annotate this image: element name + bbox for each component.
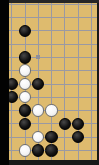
board-intersection[interactable] (45, 64, 58, 77)
black-stone (32, 144, 44, 156)
board-intersection[interactable] (9, 104, 18, 117)
board-intersection[interactable] (45, 144, 58, 157)
board-intersection[interactable] (32, 117, 45, 130)
board-intersection[interactable] (32, 91, 45, 104)
board-intersection[interactable] (32, 144, 45, 157)
board-intersection[interactable] (9, 37, 18, 50)
board-intersection[interactable] (32, 64, 45, 77)
board-intersection[interactable] (18, 3, 31, 11)
board-intersection[interactable] (45, 117, 58, 130)
board-intersection[interactable] (18, 104, 31, 117)
board-intersection[interactable] (45, 37, 58, 50)
app-screen (0, 0, 99, 165)
board-intersection[interactable] (18, 24, 31, 37)
board-intersection[interactable] (32, 37, 45, 50)
board-intersection[interactable] (85, 24, 97, 37)
board-intersection[interactable] (72, 144, 85, 157)
board-intersection[interactable] (85, 91, 97, 104)
board-intersection[interactable] (72, 91, 85, 104)
board-intersection[interactable] (9, 117, 18, 130)
white-stone (32, 104, 44, 116)
board-intersection[interactable] (58, 104, 71, 117)
board-intersection[interactable] (18, 11, 31, 24)
board-intersection[interactable] (32, 11, 45, 24)
black-stone (45, 144, 57, 156)
board-intersection[interactable] (9, 24, 18, 37)
board-intersection[interactable] (9, 3, 18, 11)
board-intersection[interactable] (72, 3, 85, 11)
white-stone (19, 144, 31, 156)
board-intersection[interactable] (72, 24, 85, 37)
board-intersection[interactable] (32, 131, 45, 144)
board-frame-bottom (9, 160, 99, 165)
black-stone (59, 118, 71, 130)
board-intersection[interactable] (72, 104, 85, 117)
black-stone (9, 78, 18, 90)
board-intersection[interactable] (85, 77, 97, 90)
board-intersection[interactable] (85, 3, 97, 11)
board-intersection[interactable] (18, 51, 31, 64)
board-intersection[interactable] (58, 144, 71, 157)
black-stone (32, 78, 44, 90)
white-stone (19, 91, 31, 103)
board-intersection[interactable] (58, 131, 71, 144)
board-intersection[interactable] (85, 11, 97, 24)
board-intersection[interactable] (45, 91, 58, 104)
star-point (36, 55, 40, 59)
board-intersection[interactable] (9, 91, 18, 104)
white-stone (19, 78, 31, 90)
board-intersection[interactable] (45, 104, 58, 117)
board-intersection[interactable] (32, 3, 45, 11)
board-intersection[interactable] (45, 131, 58, 144)
board-frame-left (0, 0, 9, 165)
board-intersection[interactable] (18, 37, 31, 50)
board-intersection[interactable] (18, 64, 31, 77)
board-intersection[interactable] (72, 64, 85, 77)
board-intersection[interactable] (32, 24, 45, 37)
board-intersection[interactable] (58, 51, 71, 64)
white-stone (19, 64, 31, 76)
board-intersection[interactable] (18, 131, 31, 144)
white-stone (45, 104, 57, 116)
board-intersection[interactable] (85, 51, 97, 64)
board-intersection[interactable] (85, 144, 97, 157)
board-intersection[interactable] (9, 64, 18, 77)
board-intersection[interactable] (72, 117, 85, 130)
board-intersection[interactable] (58, 24, 71, 37)
board-intersection[interactable] (32, 104, 45, 117)
board-intersection[interactable] (58, 37, 71, 50)
board-intersection[interactable] (45, 3, 58, 11)
board-grid (9, 3, 97, 157)
black-stone (19, 51, 31, 63)
board-intersection[interactable] (18, 77, 31, 90)
board-intersection[interactable] (9, 11, 18, 24)
black-stone (9, 91, 18, 103)
board-intersection[interactable] (58, 64, 71, 77)
board-intersection[interactable] (72, 11, 85, 24)
white-stone (32, 131, 44, 143)
board-intersection[interactable] (18, 91, 31, 104)
black-stone (72, 118, 84, 130)
board-intersection[interactable] (45, 77, 58, 90)
black-stone (72, 131, 84, 143)
board-intersection[interactable] (85, 104, 97, 117)
board-intersection[interactable] (9, 131, 18, 144)
board-intersection[interactable] (9, 144, 18, 157)
board-intersection[interactable] (32, 51, 45, 64)
board-intersection[interactable] (45, 11, 58, 24)
board-intersection[interactable] (72, 77, 85, 90)
board-intersection[interactable] (58, 77, 71, 90)
board-intersection[interactable] (32, 77, 45, 90)
board-intersection[interactable] (58, 91, 71, 104)
board-intersection[interactable] (45, 24, 58, 37)
board-intersection[interactable] (85, 131, 97, 144)
board-intersection[interactable] (58, 117, 71, 130)
board-intersection[interactable] (9, 51, 18, 64)
board-intersection[interactable] (58, 11, 71, 24)
go-board[interactable] (9, 3, 97, 160)
black-stone (19, 25, 31, 37)
board-intersection[interactable] (85, 64, 97, 77)
board-intersection[interactable] (85, 117, 97, 130)
board-intersection[interactable] (85, 37, 97, 50)
board-intersection[interactable] (72, 51, 85, 64)
board-intersection[interactable] (45, 51, 58, 64)
board-intersection[interactable] (58, 3, 71, 11)
black-stone (45, 131, 57, 143)
board-intersection[interactable] (72, 37, 85, 50)
board-frame-right (97, 3, 99, 160)
board-intersection[interactable] (9, 77, 18, 90)
black-stone (19, 118, 31, 130)
board-intersection[interactable] (18, 117, 31, 130)
board-intersection[interactable] (18, 144, 31, 157)
board-intersection[interactable] (72, 131, 85, 144)
black-stone (19, 104, 31, 116)
